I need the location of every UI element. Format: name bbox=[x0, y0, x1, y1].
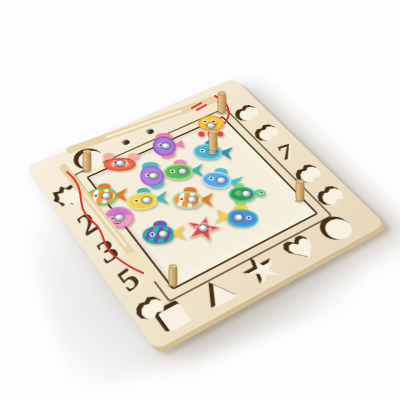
magnet-ring bbox=[242, 191, 250, 197]
piece-octopus[interactable] bbox=[192, 114, 231, 137]
finger-hole-cutout bbox=[145, 128, 155, 135]
magnet-ring bbox=[207, 123, 214, 128]
product-photo: 7235 bbox=[0, 0, 400, 400]
numeral-cutout-5: 5 bbox=[110, 264, 148, 296]
piece-clownfish-b[interactable] bbox=[170, 186, 214, 214]
finger-hole-cutout bbox=[121, 139, 131, 146]
sea-creature-pieces-layer bbox=[25, 78, 233, 167]
piece-shell[interactable] bbox=[97, 203, 141, 233]
finger-hole-cutout bbox=[215, 98, 225, 105]
piece-blue-fish-2[interactable] bbox=[215, 202, 260, 233]
piece-green-fish[interactable] bbox=[162, 158, 204, 185]
